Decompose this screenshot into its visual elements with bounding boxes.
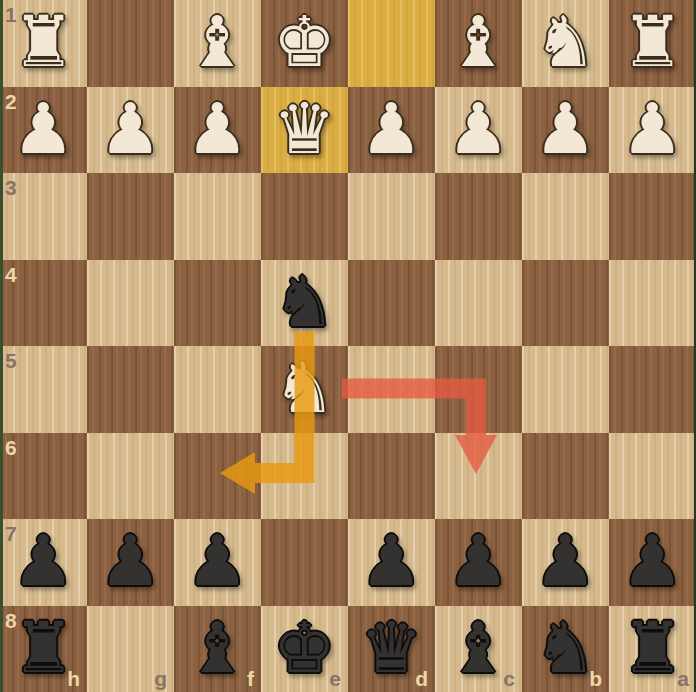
square-f4[interactable] [174,260,261,347]
square-b7[interactable]: ♟ [522,519,609,606]
square-e2[interactable]: ♛ [261,87,348,174]
square-h5[interactable]: 5 [0,346,87,433]
rank-label-3: 3 [5,177,17,198]
piece-white-pawn-f2[interactable]: ♟ [174,87,261,174]
square-a2[interactable]: ♟ [609,87,696,174]
square-d8[interactable]: ♛d [348,606,435,692]
square-g7[interactable]: ♟ [87,519,174,606]
chess-board: ♜1♝♚♝♞♜♟2♟♟♛♟♟♟♟34♞5♞6♟7♟♟♟♟♟♟♜8hg♝f♚e♛d… [0,0,696,692]
square-b5[interactable] [522,346,609,433]
piece-black-knight-e4[interactable]: ♞ [261,260,348,347]
square-f8[interactable]: ♝f [174,606,261,692]
file-label-d: d [415,668,428,689]
square-a7[interactable]: ♟ [609,519,696,606]
file-label-g: g [154,668,167,689]
piece-white-king-e1[interactable]: ♚ [261,0,348,87]
rank-label-4: 4 [5,264,17,285]
square-d5[interactable] [348,346,435,433]
square-d1[interactable] [348,0,435,87]
file-label-h: h [67,668,80,689]
rank-label-1: 1 [5,4,17,25]
file-label-a: a [677,668,689,689]
square-a1[interactable]: ♜ [609,0,696,87]
square-e4[interactable]: ♞ [261,260,348,347]
square-e3[interactable] [261,173,348,260]
piece-white-knight-e5[interactable]: ♞ [261,346,348,433]
square-f5[interactable] [174,346,261,433]
square-a4[interactable] [609,260,696,347]
square-c6[interactable] [435,433,522,520]
square-f3[interactable] [174,173,261,260]
file-label-f: f [247,668,254,689]
square-a3[interactable] [609,173,696,260]
square-f1[interactable]: ♝ [174,0,261,87]
square-e6[interactable] [261,433,348,520]
square-h4[interactable]: 4 [0,260,87,347]
square-f6[interactable] [174,433,261,520]
square-c4[interactable] [435,260,522,347]
rank-label-5: 5 [5,350,17,371]
square-h3[interactable]: 3 [0,173,87,260]
square-e7[interactable] [261,519,348,606]
piece-white-queen-e2[interactable]: ♛ [261,87,348,174]
file-label-e: e [329,668,341,689]
square-b6[interactable] [522,433,609,520]
square-d3[interactable] [348,173,435,260]
piece-black-pawn-a7[interactable]: ♟ [609,519,696,606]
rank-label-6: 6 [5,437,17,458]
square-e1[interactable]: ♚ [261,0,348,87]
file-label-c: c [503,668,515,689]
square-g3[interactable] [87,173,174,260]
piece-white-pawn-d2[interactable]: ♟ [348,87,435,174]
square-d4[interactable] [348,260,435,347]
square-b2[interactable]: ♟ [522,87,609,174]
square-g2[interactable]: ♟ [87,87,174,174]
board-squares-grid: ♜1♝♚♝♞♜♟2♟♟♛♟♟♟♟34♞5♞6♟7♟♟♟♟♟♟♜8hg♝f♚e♛d… [0,0,696,692]
piece-black-pawn-c7[interactable]: ♟ [435,519,522,606]
rank-label-8: 8 [5,610,17,631]
square-f2[interactable]: ♟ [174,87,261,174]
piece-white-rook-a1[interactable]: ♜ [609,0,696,87]
square-c5[interactable] [435,346,522,433]
piece-black-pawn-f7[interactable]: ♟ [174,519,261,606]
square-b4[interactable] [522,260,609,347]
square-h6[interactable]: 6 [0,433,87,520]
piece-white-pawn-c2[interactable]: ♟ [435,87,522,174]
square-g1[interactable] [87,0,174,87]
piece-white-pawn-g2[interactable]: ♟ [87,87,174,174]
board-left-edge [0,0,3,692]
piece-white-pawn-b2[interactable]: ♟ [522,87,609,174]
file-label-b: b [589,668,602,689]
piece-black-pawn-d7[interactable]: ♟ [348,519,435,606]
square-h7[interactable]: ♟7 [0,519,87,606]
rank-label-7: 7 [5,523,17,544]
square-g8[interactable]: g [87,606,174,692]
square-h8[interactable]: ♜8h [0,606,87,692]
square-d2[interactable]: ♟ [348,87,435,174]
square-h2[interactable]: ♟2 [0,87,87,174]
square-b1[interactable]: ♞ [522,0,609,87]
piece-black-pawn-b7[interactable]: ♟ [522,519,609,606]
square-d7[interactable]: ♟ [348,519,435,606]
square-g4[interactable] [87,260,174,347]
square-d6[interactable] [348,433,435,520]
square-b3[interactable] [522,173,609,260]
piece-white-bishop-c1[interactable]: ♝ [435,0,522,87]
piece-white-pawn-a2[interactable]: ♟ [609,87,696,174]
square-c2[interactable]: ♟ [435,87,522,174]
square-a6[interactable] [609,433,696,520]
piece-white-bishop-f1[interactable]: ♝ [174,0,261,87]
square-f7[interactable]: ♟ [174,519,261,606]
square-c3[interactable] [435,173,522,260]
square-c8[interactable]: ♝c [435,606,522,692]
square-e5[interactable]: ♞ [261,346,348,433]
rank-label-2: 2 [5,91,17,112]
square-b8[interactable]: ♞b [522,606,609,692]
square-g6[interactable] [87,433,174,520]
piece-white-knight-b1[interactable]: ♞ [522,0,609,87]
square-c1[interactable]: ♝ [435,0,522,87]
square-e8[interactable]: ♚e [261,606,348,692]
square-h1[interactable]: ♜1 [0,0,87,87]
square-g5[interactable] [87,346,174,433]
piece-black-pawn-g7[interactable]: ♟ [87,519,174,606]
square-c7[interactable]: ♟ [435,519,522,606]
square-a5[interactable] [609,346,696,433]
square-a8[interactable]: ♜a [609,606,696,692]
